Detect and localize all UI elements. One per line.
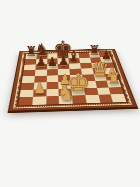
square-a1[interactable] (18, 97, 32, 105)
square-a3[interactable] (21, 82, 34, 89)
product-photo-background: { "game": "chess", "scene": { "descripti… (0, 0, 140, 187)
square-g1[interactable] (98, 95, 113, 103)
square-a2[interactable] (20, 89, 34, 97)
piece-dark-pawn-c6[interactable]: ♟ (47, 56, 58, 68)
square-b1[interactable] (32, 97, 46, 105)
piece-light-knight-d1[interactable]: ♞ (57, 82, 75, 102)
square-a6[interactable] (24, 64, 36, 70)
piece-light-rook-h3[interactable]: ♜ (107, 70, 121, 86)
piece-dark-pawn-b6[interactable]: ♟ (36, 56, 47, 68)
square-a7[interactable] (25, 59, 37, 65)
square-g2[interactable] (96, 87, 111, 95)
board-edge (7, 107, 138, 114)
piece-dark-bishop-e7[interactable]: ♝ (67, 47, 81, 63)
square-c5[interactable] (46, 69, 58, 75)
square-a5[interactable] (23, 70, 35, 76)
piece-light-pawn-b2[interactable]: ♟ (33, 81, 46, 95)
piece-dark-rook-g8[interactable]: ♜ (88, 43, 100, 56)
square-h1[interactable] (111, 94, 127, 102)
piece-dark-pawn-d6[interactable]: ♟ (58, 56, 69, 68)
square-h2[interactable] (109, 87, 124, 95)
square-b5[interactable] (35, 70, 47, 76)
